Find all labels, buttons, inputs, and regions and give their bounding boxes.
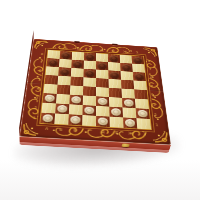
hinge-icon: [74, 41, 80, 43]
square-d4[interactable]: [83, 86, 96, 96]
rank-label-left-1: 1: [33, 116, 36, 120]
square-h1[interactable]: [136, 118, 150, 129]
square-c1[interactable]: [68, 114, 82, 125]
rank-label-right-3: 3: [153, 103, 156, 106]
dark-checker-b6[interactable]: [60, 68, 70, 75]
dark-checker-e7[interactable]: [98, 62, 107, 69]
square-g1[interactable]: [123, 117, 137, 128]
file-label-bottom-2: Б: [59, 127, 62, 131]
square-f4[interactable]: [109, 88, 122, 98]
file-label-top-4: Г: [89, 48, 91, 51]
square-b2[interactable]: [55, 103, 69, 114]
checkers-grid: [40, 50, 151, 129]
square-a2[interactable]: [41, 103, 56, 114]
file-label-bottom-8: З: [143, 132, 146, 136]
square-f1[interactable]: [110, 117, 124, 128]
light-checker-a1[interactable]: [42, 114, 53, 122]
square-f3[interactable]: [109, 97, 122, 107]
dark-checker-b8[interactable]: [61, 52, 70, 58]
playing-area: [40, 50, 151, 129]
square-b1[interactable]: [54, 113, 69, 124]
file-label-bottom-6: Е: [115, 131, 118, 135]
square-d3[interactable]: [83, 95, 96, 105]
light-checker-c1[interactable]: [70, 116, 80, 124]
dark-checker-h8[interactable]: [133, 57, 142, 63]
file-label-top-1: А: [53, 46, 56, 49]
light-checker-h2[interactable]: [137, 110, 147, 118]
file-label-bottom-4: Г: [88, 129, 91, 133]
rank-label-right-5: 5: [151, 84, 154, 87]
brass-clasp-icon[interactable]: [121, 143, 129, 147]
hinge-icon: [112, 44, 117, 46]
rank-label-right-4: 4: [152, 93, 155, 96]
photo-stage: ААББВВГГДДЕЕЖЖЗЗ8877665544332211: [0, 0, 200, 200]
dark-checker-c7[interactable]: [73, 61, 82, 68]
square-g3[interactable]: [122, 98, 136, 108]
rank-label-right-2: 2: [154, 113, 157, 116]
square-d2[interactable]: [82, 105, 96, 116]
light-checker-d2[interactable]: [84, 106, 94, 114]
square-f2[interactable]: [109, 107, 123, 118]
square-h4[interactable]: [134, 89, 148, 99]
light-checker-c3[interactable]: [71, 96, 81, 104]
rank-label-right-7: 7: [149, 67, 152, 70]
checkers-box: ААББВВГГДДЕЕЖЖЗЗ8877665544332211: [19, 39, 171, 145]
dark-checker-d6[interactable]: [85, 70, 94, 77]
rank-label-left-2: 2: [34, 106, 37, 110]
square-g2[interactable]: [122, 107, 136, 118]
file-label-top-7: Ж: [123, 50, 127, 53]
square-h3[interactable]: [135, 99, 149, 109]
square-a1[interactable]: [40, 113, 55, 124]
light-checker-a3[interactable]: [44, 94, 54, 102]
file-label-bottom-3: В: [73, 128, 76, 132]
file-label-bottom-5: Д: [101, 130, 105, 134]
rank-label-left-6: 6: [39, 69, 42, 72]
square-e1[interactable]: [96, 116, 110, 127]
square-b4[interactable]: [57, 85, 71, 95]
square-b5[interactable]: [57, 76, 70, 86]
file-label-top-8: З: [136, 51, 139, 54]
rank-label-left-3: 3: [35, 96, 38, 99]
file-label-bottom-7: Ж: [128, 131, 133, 135]
square-c3[interactable]: [69, 95, 83, 105]
light-checker-g3[interactable]: [124, 99, 134, 107]
square-c2[interactable]: [69, 104, 83, 115]
dark-checker-d8[interactable]: [86, 54, 95, 60]
rank-label-right-6: 6: [150, 76, 153, 79]
square-e4[interactable]: [96, 87, 109, 97]
square-e2[interactable]: [96, 106, 110, 117]
file-label-top-3: В: [77, 47, 80, 50]
rank-label-left-5: 5: [38, 77, 41, 80]
rank-label-right-1: 1: [155, 123, 158, 127]
light-checker-b2[interactable]: [57, 105, 67, 113]
light-checker-e3[interactable]: [98, 98, 108, 106]
square-c4[interactable]: [70, 85, 83, 95]
light-checker-f2[interactable]: [111, 108, 121, 116]
square-g4[interactable]: [121, 89, 134, 99]
rank-label-left-4: 4: [36, 86, 39, 89]
rank-label-right-8: 8: [148, 59, 151, 62]
square-a4[interactable]: [44, 84, 58, 94]
file-label-bottom-1: А: [45, 127, 49, 131]
dark-checker-g7[interactable]: [122, 64, 131, 71]
square-e3[interactable]: [96, 96, 109, 106]
file-label-top-6: Е: [112, 49, 115, 52]
square-a5[interactable]: [45, 75, 59, 85]
square-a3[interactable]: [43, 93, 57, 103]
rank-label-left-7: 7: [40, 60, 43, 63]
file-label-top-2: Б: [65, 46, 68, 49]
dark-checker-f8[interactable]: [109, 55, 118, 61]
board-top-face: ААББВВГГДДЕЕЖЖЗЗ8877665544332211: [19, 39, 171, 145]
scene: ААББВВГГДДЕЕЖЖЗЗ8877665544332211: [14, 13, 185, 184]
square-h2[interactable]: [136, 108, 150, 119]
square-b3[interactable]: [56, 94, 70, 104]
dark-checker-h6[interactable]: [134, 73, 144, 80]
dark-checker-f6[interactable]: [110, 72, 119, 79]
square-c5[interactable]: [70, 77, 83, 87]
square-d1[interactable]: [82, 115, 96, 126]
light-checker-g1[interactable]: [125, 119, 135, 127]
rank-label-left-8: 8: [41, 52, 44, 55]
file-label-top-5: Д: [100, 49, 103, 52]
light-checker-e1[interactable]: [98, 117, 108, 125]
dark-checker-a7[interactable]: [48, 59, 58, 66]
